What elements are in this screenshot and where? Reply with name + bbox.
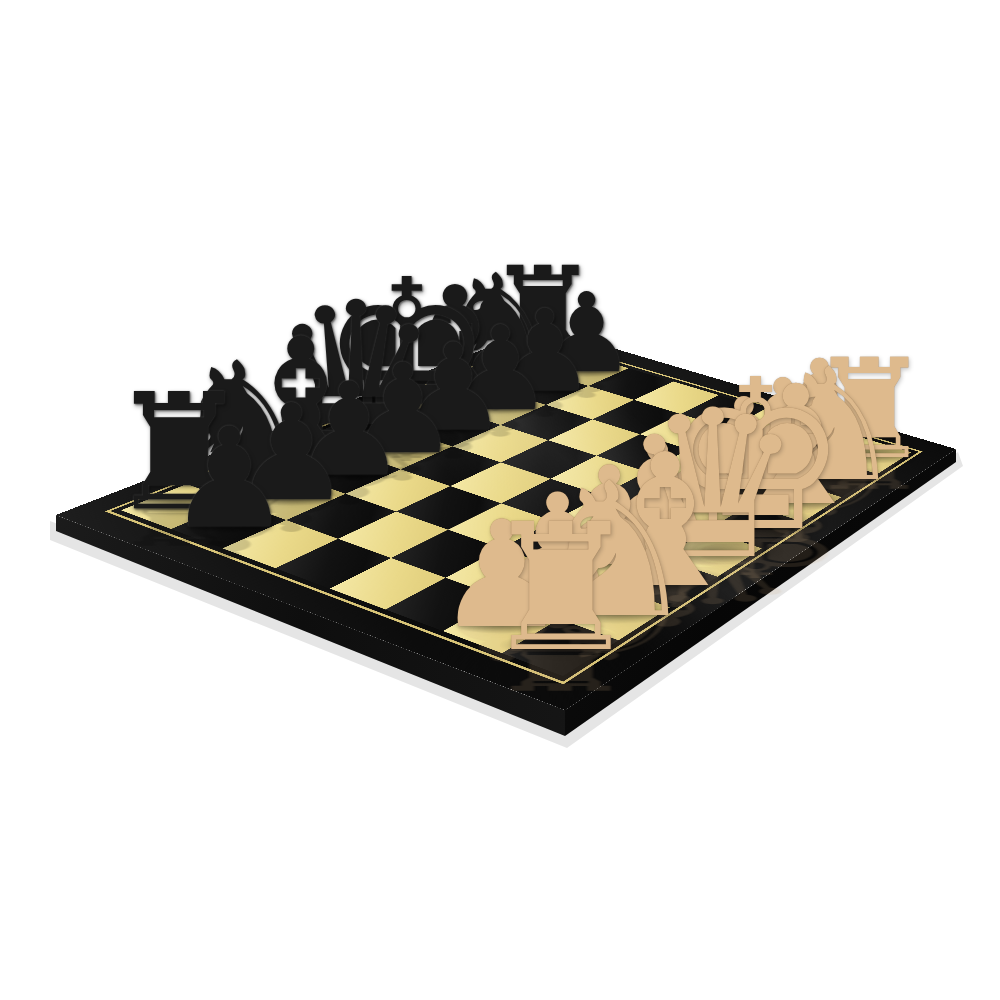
product-photo-scene: ♜♜♞♞♝♝♛♛♚♚♝♝♞♞♜♜♟♟♟♟♟♟♟♟♟♟♟♟♟♟♟♟♟♟♟♟♟♟♟♟… xyxy=(0,0,1000,1000)
piece-bP-a7[interactable]: ♟ xyxy=(168,410,292,548)
pieces-layer: ♜♜♞♞♝♝♛♛♚♚♝♝♞♞♜♜♟♟♟♟♟♟♟♟♟♟♟♟♟♟♟♟♟♟♟♟♟♟♟♟… xyxy=(0,0,1000,1000)
piece-wR-a1[interactable]: ♜ xyxy=(482,500,640,676)
